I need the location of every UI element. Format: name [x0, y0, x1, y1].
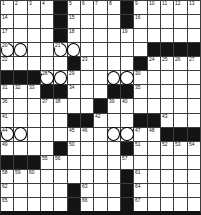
- cell-r6c5[interactable]: [54, 71, 66, 84]
- cell-r4c11[interactable]: [134, 43, 146, 56]
- black-cell-r9c7: [81, 114, 93, 127]
- clue-number: 31: [2, 85, 8, 90]
- clue-number: 6: [82, 1, 85, 6]
- cell-r12c10[interactable]: 57: [121, 156, 133, 169]
- clue-number: 51: [135, 142, 141, 147]
- cell-r11c6[interactable]: 50: [68, 142, 80, 155]
- black-cell-r9c11: [134, 114, 146, 127]
- cell-r8c2[interactable]: [14, 99, 26, 112]
- cell-r13c8[interactable]: [94, 170, 106, 183]
- black-cell-r13c10: [121, 170, 133, 183]
- cell-r1c7[interactable]: 6: [81, 1, 93, 14]
- cell-r10c8[interactable]: [94, 128, 106, 141]
- clue-number: 29: [69, 71, 75, 76]
- cell-r9c14[interactable]: [174, 114, 186, 127]
- cell-r11c14[interactable]: 53: [174, 142, 186, 155]
- cell-r12c12[interactable]: [148, 156, 160, 169]
- cell-r11c7[interactable]: [81, 142, 93, 155]
- cell-r13c14[interactable]: [174, 170, 186, 183]
- clue-number: 52: [162, 142, 168, 147]
- cell-r7c1[interactable]: 31: [1, 85, 13, 98]
- clue-number: 22: [2, 57, 8, 62]
- clue-number: 58: [2, 170, 8, 175]
- clue-number: 25: [162, 57, 168, 62]
- clue-number: 43: [162, 114, 168, 119]
- cell-r1c15[interactable]: 13: [188, 1, 200, 14]
- circle-marker: [14, 127, 27, 141]
- black-cell-r8c8: [94, 99, 106, 112]
- clue-number: 35: [135, 85, 141, 90]
- cell-r4c3[interactable]: [28, 43, 40, 56]
- cell-r12c13[interactable]: [161, 156, 173, 169]
- cell-r1c13[interactable]: 11: [161, 1, 173, 14]
- cell-r7c8[interactable]: [94, 85, 106, 98]
- black-cell-r1c10: [121, 1, 133, 14]
- cell-r10c10[interactable]: [121, 128, 133, 141]
- clue-number: 33: [29, 85, 35, 90]
- cell-r14c4[interactable]: [41, 184, 53, 197]
- cell-r3c10[interactable]: 19: [121, 29, 133, 42]
- cell-r6c12[interactable]: [148, 71, 160, 84]
- clue-number: 7: [95, 1, 98, 6]
- cell-r8c6[interactable]: [68, 99, 80, 112]
- cell-r5c12[interactable]: 24: [148, 57, 160, 70]
- clue-number: 15: [69, 15, 75, 20]
- cell-r11c2[interactable]: [14, 142, 26, 155]
- cell-r8c9[interactable]: 39: [108, 99, 120, 112]
- cell-r9c13[interactable]: 43: [161, 114, 173, 127]
- cell-r11c3[interactable]: [28, 142, 40, 155]
- cell-r9c4[interactable]: [41, 114, 53, 127]
- cell-r10c12[interactable]: 48: [148, 128, 160, 141]
- black-cell-r11c5: [54, 142, 66, 155]
- cell-r1c2[interactable]: 2: [14, 1, 26, 14]
- cell-r4c1[interactable]: 20: [1, 43, 13, 56]
- black-cell-r2c10: [121, 15, 133, 28]
- cell-r11c1[interactable]: 49: [1, 142, 13, 155]
- cell-r15c13[interactable]: [161, 198, 173, 211]
- cell-r9c3[interactable]: [28, 114, 40, 127]
- cell-r10c2[interactable]: [14, 128, 26, 141]
- cell-r15c11[interactable]: 67: [134, 198, 146, 211]
- cell-r8c11[interactable]: [134, 99, 146, 112]
- cell-r14c5[interactable]: [54, 184, 66, 197]
- black-cell-r10c13: [161, 128, 173, 141]
- cell-r10c5[interactable]: [54, 128, 66, 141]
- black-cell-r7c4: [41, 85, 53, 98]
- cell-r7c14[interactable]: [174, 85, 186, 98]
- cell-r12c9[interactable]: [108, 156, 120, 169]
- cell-r1c8[interactable]: 7: [94, 1, 106, 14]
- cell-r3c9[interactable]: [108, 29, 120, 42]
- cell-r14c13[interactable]: [161, 184, 173, 197]
- clue-number: 8: [109, 1, 112, 6]
- cell-r5c8[interactable]: [94, 57, 106, 70]
- cell-r10c9[interactable]: [108, 128, 120, 141]
- cell-r2c13[interactable]: [161, 15, 173, 28]
- black-cell-r9c6: [68, 114, 80, 127]
- clue-number: 41: [2, 114, 8, 119]
- cell-r8c13[interactable]: [161, 99, 173, 112]
- cell-r10c1[interactable]: 44: [1, 128, 13, 141]
- cell-r11c15[interactable]: 54: [188, 142, 200, 155]
- cell-r5c14[interactable]: 26: [174, 57, 186, 70]
- cell-r15c12[interactable]: [148, 198, 160, 211]
- cell-r2c8[interactable]: [94, 15, 106, 28]
- black-cell-r14c10: [121, 184, 133, 197]
- clue-number: 16: [135, 15, 141, 20]
- cell-r4c10[interactable]: [121, 43, 133, 56]
- cell-r5c7[interactable]: 23: [81, 57, 93, 70]
- cell-r15c1[interactable]: 65: [1, 198, 13, 211]
- cell-r8c7[interactable]: [81, 99, 93, 112]
- clue-number: 12: [175, 1, 181, 6]
- clue-number: 48: [149, 128, 155, 133]
- cell-r6c6[interactable]: 29: [68, 71, 80, 84]
- cell-r15c3[interactable]: [28, 198, 40, 211]
- black-cell-r2c5: [54, 15, 66, 28]
- cell-r8c5[interactable]: 38: [54, 99, 66, 112]
- black-cell-r10c14: [174, 128, 186, 141]
- clue-number: 9: [135, 1, 138, 6]
- cell-r10c6[interactable]: 45: [68, 128, 80, 141]
- cell-r14c3[interactable]: [28, 184, 40, 197]
- cell-r4c4[interactable]: [41, 43, 53, 56]
- clue-number: 26: [175, 57, 181, 62]
- clue-number: 60: [29, 170, 35, 175]
- cell-r12c7[interactable]: [81, 156, 93, 169]
- cell-r14c2[interactable]: [14, 184, 26, 197]
- black-cell-r4c13: [161, 43, 173, 56]
- clue-number: 21: [55, 43, 61, 48]
- cell-r10c11[interactable]: 47: [134, 128, 146, 141]
- cell-r6c8[interactable]: [94, 71, 106, 84]
- clue-number: 24: [149, 57, 155, 62]
- cell-r2c2[interactable]: [14, 15, 26, 28]
- cell-r7c2[interactable]: 32: [14, 85, 26, 98]
- cell-r13c9[interactable]: [108, 170, 120, 183]
- cell-r2c15[interactable]: [188, 15, 200, 28]
- cell-r14c14[interactable]: [174, 184, 186, 197]
- clue-number: 63: [82, 184, 88, 189]
- cell-r15c7[interactable]: 66: [81, 198, 93, 211]
- cell-r15c8[interactable]: [94, 198, 106, 211]
- cell-r7c11[interactable]: 35: [134, 85, 146, 98]
- cell-r3c13[interactable]: [161, 29, 173, 42]
- black-cell-r9c12: [148, 114, 160, 127]
- cell-r3c8[interactable]: [94, 29, 106, 42]
- clue-number: 49: [2, 142, 8, 147]
- clue-number: 3: [29, 1, 32, 6]
- cell-r11c8[interactable]: [94, 142, 106, 155]
- clue-number: 13: [189, 1, 195, 6]
- cell-r14c1[interactable]: 62: [1, 184, 13, 197]
- clue-number: 27: [189, 57, 195, 62]
- clue-number: 5: [69, 1, 72, 6]
- cell-r13c4[interactable]: [41, 170, 53, 183]
- black-cell-r1c5: [54, 1, 66, 14]
- cell-r2c7[interactable]: [81, 15, 93, 28]
- cell-r4c6[interactable]: [68, 43, 80, 56]
- cell-r14c7[interactable]: 63: [81, 184, 93, 197]
- black-cell-r4c14: [174, 43, 186, 56]
- cell-r7c13[interactable]: [161, 85, 173, 98]
- cell-r2c12[interactable]: [148, 15, 160, 28]
- cell-r4c8[interactable]: [94, 43, 106, 56]
- cell-r3c11[interactable]: [134, 29, 146, 42]
- clue-number: 4: [42, 1, 45, 6]
- cell-r3c15[interactable]: [188, 29, 200, 42]
- cell-r2c4[interactable]: [41, 15, 53, 28]
- circle-marker: [120, 71, 133, 85]
- clue-number: 40: [122, 99, 128, 104]
- cell-r12c6[interactable]: [68, 156, 80, 169]
- black-cell-r5c6: [68, 57, 80, 70]
- cell-r1c11[interactable]: 9: [134, 1, 146, 14]
- cell-r1c6[interactable]: 5: [68, 1, 80, 14]
- cell-r8c3[interactable]: [28, 99, 40, 112]
- cell-r10c3[interactable]: [28, 128, 40, 141]
- cell-r4c9[interactable]: [108, 43, 120, 56]
- cell-r13c15[interactable]: [188, 170, 200, 183]
- cell-r13c2[interactable]: 59: [14, 170, 26, 183]
- cell-r10c4[interactable]: [41, 128, 53, 141]
- cell-r14c11[interactable]: 64: [134, 184, 146, 197]
- circle-marker: [67, 43, 80, 57]
- cell-r12c11[interactable]: [134, 156, 146, 169]
- cell-r2c14[interactable]: [174, 15, 186, 28]
- clue-number: 38: [55, 99, 61, 104]
- cell-r15c2[interactable]: [14, 198, 26, 211]
- clue-number: 11: [162, 1, 168, 6]
- cell-r1c3[interactable]: 3: [28, 1, 40, 14]
- cell-r3c1[interactable]: 17: [1, 29, 13, 42]
- black-cell-r15c10: [121, 198, 133, 211]
- cell-r3c7[interactable]: [81, 29, 93, 42]
- cell-r7c3[interactable]: 33: [28, 85, 40, 98]
- cell-r14c8[interactable]: [94, 184, 106, 197]
- cell-r3c14[interactable]: [174, 29, 186, 42]
- cell-r14c15[interactable]: [188, 184, 200, 197]
- cell-r5c15[interactable]: 27: [188, 57, 200, 70]
- cell-r11c11[interactable]: 51: [134, 142, 146, 155]
- clue-number: 56: [55, 156, 61, 161]
- cell-r5c5[interactable]: [54, 57, 66, 70]
- cell-r7c6[interactable]: 34: [68, 85, 80, 98]
- clue-number: 64: [135, 184, 141, 189]
- cell-r5c2[interactable]: [14, 57, 26, 70]
- cell-r11c13[interactable]: 52: [161, 142, 173, 155]
- cell-r15c14[interactable]: [174, 198, 186, 211]
- crossword-grid: 1234567891011121314151617181920212223242…: [0, 0, 201, 215]
- clue-number: 45: [69, 128, 75, 133]
- clue-number: 54: [189, 142, 195, 147]
- clue-number: 37: [42, 99, 48, 104]
- cell-r8c12[interactable]: [148, 99, 160, 112]
- cell-r6c9[interactable]: [108, 71, 120, 84]
- cell-r12c15[interactable]: [188, 156, 200, 169]
- cell-r9c1[interactable]: 41: [1, 114, 13, 127]
- cell-r9c8[interactable]: 42: [94, 114, 106, 127]
- clue-number: 59: [15, 170, 21, 175]
- clue-number: 39: [109, 99, 115, 104]
- clue-number: 53: [175, 142, 181, 147]
- black-cell-r6c2: [14, 71, 26, 84]
- cell-r8c14[interactable]: [174, 99, 186, 112]
- circle-marker: [14, 43, 27, 57]
- cell-r13c13[interactable]: [161, 170, 173, 183]
- clue-number: 47: [135, 128, 141, 133]
- cell-r13c5[interactable]: [54, 170, 66, 183]
- black-cell-r4c12: [148, 43, 160, 56]
- cell-r12c14[interactable]: [174, 156, 186, 169]
- clue-number: 66: [82, 198, 88, 203]
- black-cell-r7c10: [121, 85, 133, 98]
- cell-r14c9[interactable]: [108, 184, 120, 197]
- cell-r5c13[interactable]: 25: [161, 57, 173, 70]
- cell-r12c5[interactable]: 56: [54, 156, 66, 169]
- cell-r13c3[interactable]: 60: [28, 170, 40, 183]
- cell-r13c11[interactable]: 61: [134, 170, 146, 183]
- cell-r1c14[interactable]: 12: [174, 1, 186, 14]
- cell-r13c12[interactable]: [148, 170, 160, 183]
- black-cell-r6c1: [1, 71, 13, 84]
- black-cell-r10c15: [188, 128, 200, 141]
- cell-r9c9[interactable]: [108, 114, 120, 127]
- cell-r14c12[interactable]: [148, 184, 160, 197]
- cell-r11c4[interactable]: [41, 142, 53, 155]
- cell-r6c13[interactable]: [161, 71, 173, 84]
- clue-number: 50: [69, 142, 75, 147]
- cell-r4c5[interactable]: 21: [54, 43, 66, 56]
- clue-number: 32: [15, 85, 21, 90]
- clue-number: 10: [149, 1, 155, 6]
- cell-r3c12[interactable]: [148, 29, 160, 42]
- cell-r9c2[interactable]: [14, 114, 26, 127]
- black-cell-r12c2: [14, 156, 26, 169]
- circle-marker: [107, 127, 120, 141]
- circle-marker: [54, 71, 67, 85]
- black-cell-r11c10: [121, 142, 133, 155]
- black-cell-r12c1: [1, 156, 13, 169]
- cell-r15c15[interactable]: [188, 198, 200, 211]
- clue-number: 44: [2, 128, 8, 133]
- cell-r11c9[interactable]: [108, 142, 120, 155]
- cell-r8c10[interactable]: 40: [121, 99, 133, 112]
- black-cell-r7c5: [54, 85, 66, 98]
- cell-r7c12[interactable]: [148, 85, 160, 98]
- cell-r10c7[interactable]: 46: [81, 128, 93, 141]
- cell-r6c7[interactable]: [81, 71, 93, 84]
- cell-r2c11[interactable]: 16: [134, 15, 146, 28]
- cell-r3c6[interactable]: 18: [68, 29, 80, 42]
- cell-r6c14[interactable]: [174, 71, 186, 84]
- cell-r2c3[interactable]: [28, 15, 40, 28]
- clue-number: 65: [2, 198, 8, 203]
- clue-number: 34: [69, 85, 75, 90]
- clue-number: 30: [135, 71, 141, 76]
- clue-number: 57: [122, 156, 128, 161]
- clue-number: 67: [135, 198, 141, 203]
- cell-r8c4[interactable]: 37: [41, 99, 53, 112]
- clue-number: 28: [42, 71, 48, 76]
- cell-r7c7[interactable]: [81, 85, 93, 98]
- circle-marker: [120, 127, 133, 141]
- cell-r6c11[interactable]: 30: [134, 71, 146, 84]
- cell-r1c9[interactable]: 8: [108, 1, 120, 14]
- black-cell-r7c9: [108, 85, 120, 98]
- cell-r1c12[interactable]: 10: [148, 1, 160, 14]
- clue-number: 17: [2, 29, 8, 34]
- cell-r1c4[interactable]: 4: [41, 1, 53, 14]
- cell-r2c1[interactable]: 14: [1, 15, 13, 28]
- black-cell-r3c5: [54, 29, 66, 42]
- cell-r6c4[interactable]: 28: [41, 71, 53, 84]
- cell-r9c5[interactable]: [54, 114, 66, 127]
- cell-r3c3[interactable]: [28, 29, 40, 42]
- cell-r15c5[interactable]: [54, 198, 66, 211]
- cell-r7c15[interactable]: [188, 85, 200, 98]
- cell-r11c12[interactable]: [148, 142, 160, 155]
- black-cell-r6c3: [28, 71, 40, 84]
- cell-r5c9[interactable]: [108, 57, 120, 70]
- cell-r3c2[interactable]: [14, 29, 26, 42]
- clue-number: 19: [122, 29, 128, 34]
- cell-r5c1[interactable]: 22: [1, 57, 13, 70]
- cell-r8c15[interactable]: [188, 99, 200, 112]
- cell-r4c2[interactable]: [14, 43, 26, 56]
- clue-number: 2: [15, 1, 18, 6]
- cell-r15c9[interactable]: [108, 198, 120, 211]
- cell-r9c10[interactable]: [121, 114, 133, 127]
- clue-number: 1: [2, 1, 5, 6]
- cell-r13c1[interactable]: 58: [1, 170, 13, 183]
- cell-r12c8[interactable]: [94, 156, 106, 169]
- cell-r13c6[interactable]: [68, 170, 80, 183]
- black-cell-r5c11: [134, 57, 146, 70]
- clue-number: 23: [82, 57, 88, 62]
- black-cell-r12c3: [28, 156, 40, 169]
- circle-marker: [107, 71, 120, 85]
- cell-r12c4[interactable]: 55: [41, 156, 53, 169]
- cell-r6c10[interactable]: [121, 71, 133, 84]
- black-cell-r14c6: [68, 184, 80, 197]
- clue-number: 55: [42, 156, 48, 161]
- cell-r1c1[interactable]: 1: [1, 1, 13, 14]
- cell-r5c3[interactable]: [28, 57, 40, 70]
- clue-number: 42: [95, 114, 101, 119]
- cell-r8c1[interactable]: 36: [1, 99, 13, 112]
- cell-r5c4[interactable]: [41, 57, 53, 70]
- clue-number: 36: [2, 99, 8, 104]
- clue-number: 62: [2, 184, 8, 189]
- black-cell-r4c15: [188, 43, 200, 56]
- clue-number: 46: [82, 128, 88, 133]
- cell-r6c15[interactable]: [188, 71, 200, 84]
- cell-r15c4[interactable]: [41, 198, 53, 211]
- clue-number: 14: [2, 15, 8, 20]
- cell-r2c6[interactable]: 15: [68, 15, 80, 28]
- clue-number: 61: [135, 170, 141, 175]
- cell-r5c10[interactable]: [121, 57, 133, 70]
- black-cell-r15c6: [68, 198, 80, 211]
- cell-r9c15[interactable]: [188, 114, 200, 127]
- cell-r13c7[interactable]: [81, 170, 93, 183]
- clue-number: 20: [2, 43, 8, 48]
- cell-r2c9[interactable]: [108, 15, 120, 28]
- cell-r4c7[interactable]: [81, 43, 93, 56]
- cell-r3c4[interactable]: [41, 29, 53, 42]
